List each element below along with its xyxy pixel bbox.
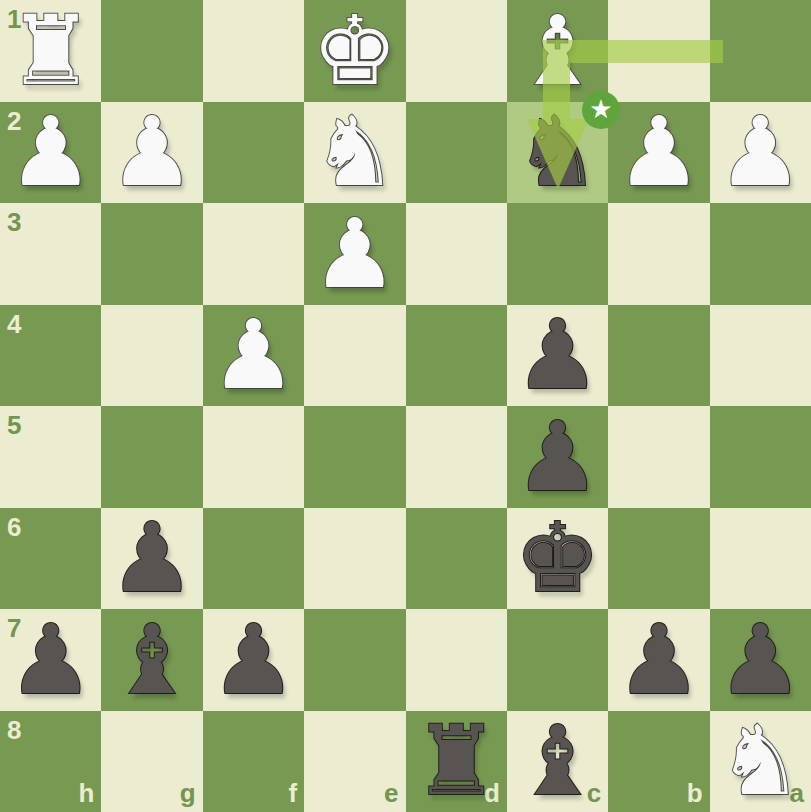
rank-label-8: 8 bbox=[7, 717, 21, 743]
square-e8[interactable]: e bbox=[304, 711, 405, 812]
square-c6[interactable]: ♚ bbox=[507, 508, 608, 610]
black-knight-c2[interactable]: ♞ bbox=[507, 102, 608, 204]
square-b8[interactable]: b bbox=[608, 711, 709, 812]
square-e6[interactable] bbox=[304, 508, 405, 610]
white-king-e1[interactable]: ♚ bbox=[304, 0, 405, 102]
black-bishop-g7[interactable]: ♝ bbox=[101, 609, 202, 711]
white-rook-h1[interactable]: ♜ bbox=[0, 0, 101, 102]
square-b1[interactable] bbox=[608, 0, 709, 102]
square-d5[interactable] bbox=[406, 406, 507, 508]
white-pawn-h2[interactable]: ♟ bbox=[0, 102, 101, 204]
square-d6[interactable] bbox=[406, 508, 507, 610]
square-c1[interactable]: ♝ bbox=[507, 0, 608, 102]
square-d7[interactable] bbox=[406, 609, 507, 711]
black-pawn-c4[interactable]: ♟ bbox=[507, 305, 608, 407]
file-label-e: e bbox=[384, 780, 398, 806]
square-b5[interactable] bbox=[608, 406, 709, 508]
square-a8[interactable]: a♞ bbox=[710, 711, 811, 812]
white-pawn-e3[interactable]: ♟ bbox=[304, 203, 405, 305]
file-label-b: b bbox=[687, 780, 703, 806]
square-a7[interactable]: ♟ bbox=[710, 609, 811, 711]
square-c2[interactable]: ♞ bbox=[507, 102, 608, 204]
black-bishop-c8[interactable]: ♝ bbox=[507, 711, 608, 812]
square-g3[interactable] bbox=[101, 203, 202, 305]
square-f7[interactable]: ♟ bbox=[203, 609, 304, 711]
square-a2[interactable]: ♟ bbox=[710, 102, 811, 204]
square-c5[interactable]: ♟ bbox=[507, 406, 608, 508]
rank-label-4: 4 bbox=[7, 311, 21, 337]
rank-label-5: 5 bbox=[7, 412, 21, 438]
square-c8[interactable]: c♝ bbox=[507, 711, 608, 812]
chess-board-frame: 1♜♚♝2♟♟♞♞♟♟3♟4♟♟5♟6♟♚7♟♝♟♟♟8hgfed♜c♝ba♞ … bbox=[0, 0, 811, 812]
black-rook-d8[interactable]: ♜ bbox=[406, 711, 507, 812]
square-e2[interactable]: ♞ bbox=[304, 102, 405, 204]
white-pawn-a2[interactable]: ♟ bbox=[710, 102, 811, 204]
square-d4[interactable] bbox=[406, 305, 507, 407]
white-knight-e2[interactable]: ♞ bbox=[304, 102, 405, 204]
square-g5[interactable] bbox=[101, 406, 202, 508]
square-b2[interactable]: ♟ bbox=[608, 102, 709, 204]
square-h6[interactable]: 6 bbox=[0, 508, 101, 610]
square-d8[interactable]: d♜ bbox=[406, 711, 507, 812]
file-label-f: f bbox=[288, 780, 297, 806]
square-a4[interactable] bbox=[710, 305, 811, 407]
file-label-h: h bbox=[78, 780, 94, 806]
square-g6[interactable]: ♟ bbox=[101, 508, 202, 610]
white-knight-a8[interactable]: ♞ bbox=[710, 711, 811, 812]
chess-board: 1♜♚♝2♟♟♞♞♟♟3♟4♟♟5♟6♟♚7♟♝♟♟♟8hgfed♜c♝ba♞ bbox=[0, 0, 811, 812]
black-pawn-c5[interactable]: ♟ bbox=[507, 406, 608, 508]
square-f8[interactable]: f bbox=[203, 711, 304, 812]
file-label-g: g bbox=[180, 780, 196, 806]
white-pawn-f4[interactable]: ♟ bbox=[203, 305, 304, 407]
square-c7[interactable] bbox=[507, 609, 608, 711]
square-e1[interactable]: ♚ bbox=[304, 0, 405, 102]
square-e4[interactable] bbox=[304, 305, 405, 407]
square-g2[interactable]: ♟ bbox=[101, 102, 202, 204]
white-pawn-b2[interactable]: ♟ bbox=[608, 102, 709, 204]
square-h2[interactable]: 2♟ bbox=[0, 102, 101, 204]
square-f3[interactable] bbox=[203, 203, 304, 305]
black-pawn-g6[interactable]: ♟ bbox=[101, 508, 202, 610]
square-c4[interactable]: ♟ bbox=[507, 305, 608, 407]
square-a5[interactable] bbox=[710, 406, 811, 508]
black-pawn-f7[interactable]: ♟ bbox=[203, 609, 304, 711]
square-b7[interactable]: ♟ bbox=[608, 609, 709, 711]
white-pawn-g2[interactable]: ♟ bbox=[101, 102, 202, 204]
square-g4[interactable] bbox=[101, 305, 202, 407]
square-h1[interactable]: 1♜ bbox=[0, 0, 101, 102]
rank-label-3: 3 bbox=[7, 209, 21, 235]
square-b3[interactable] bbox=[608, 203, 709, 305]
square-f6[interactable] bbox=[203, 508, 304, 610]
square-e7[interactable] bbox=[304, 609, 405, 711]
square-f2[interactable] bbox=[203, 102, 304, 204]
square-h8[interactable]: 8h bbox=[0, 711, 101, 812]
square-h7[interactable]: 7♟ bbox=[0, 609, 101, 711]
square-f4[interactable]: ♟ bbox=[203, 305, 304, 407]
square-b6[interactable] bbox=[608, 508, 709, 610]
square-d1[interactable] bbox=[406, 0, 507, 102]
square-h4[interactable]: 4 bbox=[0, 305, 101, 407]
square-a6[interactable] bbox=[710, 508, 811, 610]
square-c3[interactable] bbox=[507, 203, 608, 305]
black-pawn-b7[interactable]: ♟ bbox=[608, 609, 709, 711]
rank-label-6: 6 bbox=[7, 514, 21, 540]
square-g1[interactable] bbox=[101, 0, 202, 102]
square-d2[interactable] bbox=[406, 102, 507, 204]
square-g7[interactable]: ♝ bbox=[101, 609, 202, 711]
square-d3[interactable] bbox=[406, 203, 507, 305]
square-f1[interactable] bbox=[203, 0, 304, 102]
square-e3[interactable]: ♟ bbox=[304, 203, 405, 305]
square-a3[interactable] bbox=[710, 203, 811, 305]
square-h5[interactable]: 5 bbox=[0, 406, 101, 508]
square-g8[interactable]: g bbox=[101, 711, 202, 812]
square-b4[interactable] bbox=[608, 305, 709, 407]
white-bishop-c1[interactable]: ♝ bbox=[507, 0, 608, 102]
black-pawn-a7[interactable]: ♟ bbox=[710, 609, 811, 711]
square-a1[interactable] bbox=[710, 0, 811, 102]
square-h3[interactable]: 3 bbox=[0, 203, 101, 305]
black-pawn-h7[interactable]: ♟ bbox=[0, 609, 101, 711]
square-f5[interactable] bbox=[203, 406, 304, 508]
black-king-c6[interactable]: ♚ bbox=[507, 508, 608, 610]
square-e5[interactable] bbox=[304, 406, 405, 508]
